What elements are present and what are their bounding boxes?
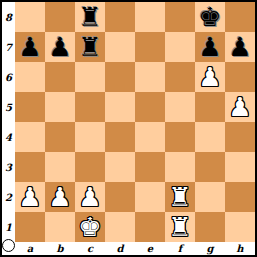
square-e3[interactable]	[135, 152, 165, 182]
piece-white-pawn[interactable]: ♟	[18, 182, 41, 212]
square-c2[interactable]: ♟	[75, 182, 105, 212]
square-f2[interactable]: ♜	[165, 182, 195, 212]
square-h3[interactable]	[225, 152, 255, 182]
square-b1[interactable]	[45, 212, 75, 242]
square-b6[interactable]	[45, 62, 75, 92]
square-c3[interactable]	[75, 152, 105, 182]
square-b4[interactable]	[45, 122, 75, 152]
square-e6[interactable]	[135, 62, 165, 92]
file-label-d: d	[105, 242, 135, 255]
square-g6[interactable]: ♟	[195, 62, 225, 92]
piece-white-rook[interactable]: ♜	[168, 212, 191, 242]
rank-label-1: 1	[2, 212, 15, 242]
piece-black-pawn[interactable]: ♟	[18, 32, 41, 62]
square-c6[interactable]	[75, 62, 105, 92]
square-g5[interactable]	[195, 92, 225, 122]
file-label-b: b	[45, 242, 75, 255]
square-f7[interactable]	[165, 32, 195, 62]
piece-white-pawn[interactable]: ♟	[48, 182, 71, 212]
square-d2[interactable]	[105, 182, 135, 212]
square-d1[interactable]	[105, 212, 135, 242]
board: ♜♚♟♟♜♟♟♟♟♟♟♟♜♚♜	[15, 2, 255, 242]
square-c8[interactable]: ♜	[75, 2, 105, 32]
square-b5[interactable]	[45, 92, 75, 122]
square-a4[interactable]	[15, 122, 45, 152]
square-h1[interactable]	[225, 212, 255, 242]
file-label-e: e	[135, 242, 165, 255]
square-h8[interactable]	[225, 2, 255, 32]
file-label-g: g	[195, 242, 225, 255]
square-g3[interactable]	[195, 152, 225, 182]
square-c7[interactable]: ♜	[75, 32, 105, 62]
square-f6[interactable]	[165, 62, 195, 92]
rank-labels: 8 7 6 5 4 3 2 1	[2, 2, 15, 242]
square-f1[interactable]: ♜	[165, 212, 195, 242]
square-a7[interactable]: ♟	[15, 32, 45, 62]
rank-label-3: 3	[2, 152, 15, 182]
file-labels: a b c d e f g h	[15, 242, 255, 255]
square-f5[interactable]	[165, 92, 195, 122]
square-f3[interactable]	[165, 152, 195, 182]
rank-label-4: 4	[2, 122, 15, 152]
square-g1[interactable]	[195, 212, 225, 242]
piece-white-pawn[interactable]: ♟	[228, 92, 251, 122]
piece-black-pawn[interactable]: ♟	[48, 32, 71, 62]
piece-black-pawn[interactable]: ♟	[198, 32, 221, 62]
square-a1[interactable]	[15, 212, 45, 242]
square-h5[interactable]: ♟	[225, 92, 255, 122]
piece-white-pawn[interactable]: ♟	[78, 182, 101, 212]
rank-label-7: 7	[2, 32, 15, 62]
square-a3[interactable]	[15, 152, 45, 182]
file-label-f: f	[165, 242, 195, 255]
piece-black-rook[interactable]: ♜	[78, 2, 101, 32]
square-g4[interactable]	[195, 122, 225, 152]
square-b8[interactable]	[45, 2, 75, 32]
piece-white-king[interactable]: ♚	[78, 212, 101, 242]
file-label-a: a	[15, 242, 45, 255]
square-h6[interactable]	[225, 62, 255, 92]
square-c5[interactable]	[75, 92, 105, 122]
square-e2[interactable]	[135, 182, 165, 212]
square-h7[interactable]: ♟	[225, 32, 255, 62]
piece-white-rook[interactable]: ♜	[168, 182, 191, 212]
chess-board-diagram: 8 7 6 5 4 3 2 1 ♜♚♟♟♜♟♟♟♟♟♟♟♜♚♜ a b c d …	[0, 0, 257, 257]
square-c1[interactable]: ♚	[75, 212, 105, 242]
square-e5[interactable]	[135, 92, 165, 122]
square-f8[interactable]	[165, 2, 195, 32]
piece-white-pawn[interactable]: ♟	[198, 62, 221, 92]
square-e4[interactable]	[135, 122, 165, 152]
square-d5[interactable]	[105, 92, 135, 122]
square-h4[interactable]	[225, 122, 255, 152]
file-label-c: c	[75, 242, 105, 255]
square-e8[interactable]	[135, 2, 165, 32]
square-e7[interactable]	[135, 32, 165, 62]
diagram-layout: 8 7 6 5 4 3 2 1 ♜♚♟♟♜♟♟♟♟♟♟♟♜♚♜ a b c d …	[2, 2, 255, 255]
piece-black-rook[interactable]: ♜	[78, 32, 101, 62]
rank-label-5: 5	[2, 92, 15, 122]
file-label-h: h	[225, 242, 255, 255]
corner-cell	[2, 242, 15, 255]
square-h2[interactable]	[225, 182, 255, 212]
rank-label-8: 8	[2, 2, 15, 32]
square-a5[interactable]	[15, 92, 45, 122]
square-d6[interactable]	[105, 62, 135, 92]
square-e1[interactable]	[135, 212, 165, 242]
square-c4[interactable]	[75, 122, 105, 152]
piece-black-king[interactable]: ♚	[198, 2, 221, 32]
square-d4[interactable]	[105, 122, 135, 152]
square-b3[interactable]	[45, 152, 75, 182]
piece-black-pawn[interactable]: ♟	[228, 32, 251, 62]
white-to-move-indicator	[2, 239, 15, 252]
square-d7[interactable]	[105, 32, 135, 62]
square-b2[interactable]: ♟	[45, 182, 75, 212]
square-a8[interactable]	[15, 2, 45, 32]
square-d3[interactable]	[105, 152, 135, 182]
square-f4[interactable]	[165, 122, 195, 152]
rank-label-2: 2	[2, 182, 15, 212]
square-a2[interactable]: ♟	[15, 182, 45, 212]
square-g7[interactable]: ♟	[195, 32, 225, 62]
square-g8[interactable]: ♚	[195, 2, 225, 32]
square-b7[interactable]: ♟	[45, 32, 75, 62]
square-d8[interactable]	[105, 2, 135, 32]
rank-label-6: 6	[2, 62, 15, 92]
square-g2[interactable]	[195, 182, 225, 212]
square-a6[interactable]	[15, 62, 45, 92]
